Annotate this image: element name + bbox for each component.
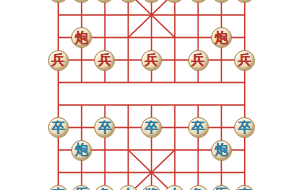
piece-red-horse[interactable]: 馬 bbox=[71, 0, 92, 3]
xiangqi-board[interactable]: 車馬相仕帥仕相馬車炮炮兵兵兵兵兵卒卒卒卒卒炮炮車馬象士將士象馬車 bbox=[0, 0, 304, 190]
board-point: 馬 bbox=[70, 0, 93, 4]
board-point: 仕 bbox=[117, 0, 140, 4]
board-point: 卒 bbox=[186, 116, 209, 139]
board-point: 炮 bbox=[70, 26, 93, 49]
piece-red-soldier[interactable]: 兵 bbox=[94, 50, 115, 71]
piece-red-soldier[interactable]: 兵 bbox=[48, 50, 69, 71]
board-point: 帥 bbox=[140, 0, 163, 4]
piece-black-advisor[interactable]: 士 bbox=[164, 185, 185, 191]
piece-black-soldier[interactable]: 卒 bbox=[188, 117, 209, 138]
piece-black-cannon[interactable]: 炮 bbox=[211, 140, 232, 161]
board-point: 車 bbox=[47, 184, 70, 190]
piece-red-general[interactable]: 帥 bbox=[141, 0, 162, 3]
piece-black-horse[interactable]: 馬 bbox=[71, 185, 92, 191]
board-point: 馬 bbox=[210, 0, 233, 4]
piece-red-advisor[interactable]: 仕 bbox=[118, 0, 139, 3]
board-point: 兵 bbox=[233, 49, 256, 72]
board-point: 兵 bbox=[140, 49, 163, 72]
board-point: 兵 bbox=[93, 49, 116, 72]
board-point: 馬 bbox=[210, 184, 233, 190]
board-point: 將 bbox=[140, 184, 163, 190]
board-point: 車 bbox=[233, 184, 256, 190]
piece-red-soldier[interactable]: 兵 bbox=[234, 50, 255, 71]
board-point: 仕 bbox=[163, 0, 186, 4]
board-point: 兵 bbox=[186, 49, 209, 72]
piece-red-soldier[interactable]: 兵 bbox=[141, 50, 162, 71]
piece-red-cannon[interactable]: 炮 bbox=[71, 27, 92, 48]
piece-black-soldier[interactable]: 卒 bbox=[234, 117, 255, 138]
piece-red-elephant[interactable]: 相 bbox=[188, 0, 209, 3]
board-point: 兵 bbox=[47, 49, 70, 72]
piece-red-soldier[interactable]: 兵 bbox=[188, 50, 209, 71]
piece-red-chariot[interactable]: 車 bbox=[234, 0, 255, 3]
board-intersections: 車馬相仕帥仕相馬車炮炮兵兵兵兵兵卒卒卒卒卒炮炮車馬象士將士象馬車 bbox=[47, 0, 257, 190]
board-point: 馬 bbox=[70, 184, 93, 190]
board-point: 象 bbox=[93, 184, 116, 190]
piece-red-advisor[interactable]: 仕 bbox=[164, 0, 185, 3]
board-point: 車 bbox=[233, 0, 256, 4]
board-point: 卒 bbox=[93, 116, 116, 139]
piece-black-chariot[interactable]: 車 bbox=[234, 185, 255, 191]
board-point: 卒 bbox=[233, 116, 256, 139]
board-point: 相 bbox=[93, 0, 116, 4]
piece-black-soldier[interactable]: 卒 bbox=[48, 117, 69, 138]
piece-black-general[interactable]: 將 bbox=[141, 185, 162, 191]
piece-red-chariot[interactable]: 車 bbox=[48, 0, 69, 3]
board-point: 士 bbox=[163, 184, 186, 190]
board-point: 卒 bbox=[140, 116, 163, 139]
piece-black-soldier[interactable]: 卒 bbox=[141, 117, 162, 138]
board-point: 士 bbox=[117, 184, 140, 190]
piece-black-advisor[interactable]: 士 bbox=[118, 185, 139, 191]
piece-black-chariot[interactable]: 車 bbox=[48, 185, 69, 191]
piece-red-cannon[interactable]: 炮 bbox=[211, 27, 232, 48]
piece-red-horse[interactable]: 馬 bbox=[211, 0, 232, 3]
piece-black-elephant[interactable]: 象 bbox=[94, 185, 115, 191]
piece-red-elephant[interactable]: 相 bbox=[94, 0, 115, 3]
piece-black-soldier[interactable]: 卒 bbox=[94, 117, 115, 138]
board-point: 象 bbox=[186, 184, 209, 190]
board-point: 炮 bbox=[210, 139, 233, 162]
board-point: 車 bbox=[47, 0, 70, 4]
board-point: 炮 bbox=[210, 26, 233, 49]
piece-black-horse[interactable]: 馬 bbox=[211, 185, 232, 191]
board-point: 卒 bbox=[47, 116, 70, 139]
piece-black-elephant[interactable]: 象 bbox=[188, 185, 209, 191]
piece-black-cannon[interactable]: 炮 bbox=[71, 140, 92, 161]
board-point: 炮 bbox=[70, 139, 93, 162]
board-point: 相 bbox=[186, 0, 209, 4]
